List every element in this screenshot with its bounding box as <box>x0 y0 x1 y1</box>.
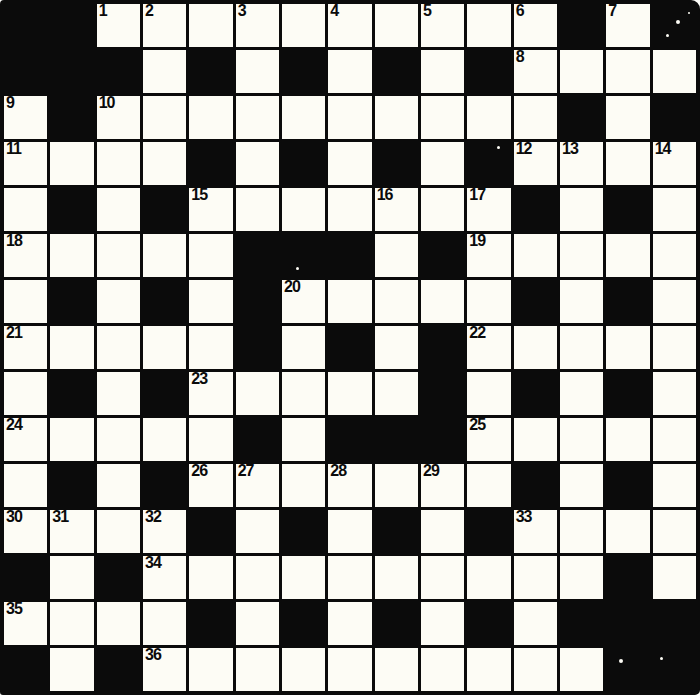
white-cell-r7c10[interactable] <box>421 280 464 323</box>
clue-number-32: 32 <box>145 508 161 526</box>
black-cell-r14c13 <box>560 602 603 645</box>
white-cell-r1c12[interactable]: 6 <box>514 4 557 47</box>
white-cell-r8c12[interactable] <box>514 326 557 369</box>
white-cell-r6c3[interactable] <box>97 234 140 277</box>
clue-number-25: 25 <box>469 416 485 434</box>
white-cell-r11c3[interactable] <box>97 464 140 507</box>
black-cell-r12c5 <box>189 510 232 553</box>
clue-number-4: 4 <box>330 2 338 20</box>
white-cell-r4c12[interactable]: 12 <box>514 142 557 185</box>
white-cell-r13c2[interactable] <box>50 556 93 599</box>
white-cell-r4c13[interactable]: 13 <box>560 142 603 185</box>
white-cell-r9c9[interactable] <box>375 372 418 415</box>
white-cell-r15c11[interactable] <box>467 648 510 691</box>
black-cell-r4c9 <box>375 142 418 185</box>
black-cell-r1c15 <box>653 4 696 47</box>
black-cell-r9c4 <box>143 372 186 415</box>
white-cell-r3c12[interactable] <box>514 96 557 139</box>
clue-number-33: 33 <box>516 508 532 526</box>
clue-number-6: 6 <box>516 2 524 20</box>
white-cell-r10c13[interactable] <box>560 418 603 461</box>
black-cell-r14c7 <box>282 602 325 645</box>
white-cell-r9c6[interactable] <box>236 372 279 415</box>
white-cell-r7c11[interactable] <box>467 280 510 323</box>
black-cell-r8c10 <box>421 326 464 369</box>
white-cell-r2c12[interactable]: 8 <box>514 50 557 93</box>
white-cell-r1c8[interactable]: 4 <box>328 4 371 47</box>
clue-number-19: 19 <box>469 232 485 250</box>
white-cell-r14c3[interactable] <box>97 602 140 645</box>
white-cell-r11c11[interactable] <box>467 464 510 507</box>
black-cell-r2c1 <box>4 50 47 93</box>
white-cell-r7c9[interactable] <box>375 280 418 323</box>
black-cell-r10c6 <box>236 418 279 461</box>
white-cell-r6c15[interactable] <box>653 234 696 277</box>
white-cell-r4c8[interactable] <box>328 142 371 185</box>
white-cell-r14c4[interactable] <box>143 602 186 645</box>
clue-number-2: 2 <box>145 2 153 20</box>
white-cell-r13c15[interactable] <box>653 556 696 599</box>
white-cell-r13c10[interactable] <box>421 556 464 599</box>
white-cell-r4c1[interactable]: 11 <box>4 142 47 185</box>
white-cell-r8c13[interactable] <box>560 326 603 369</box>
white-cell-r8c9[interactable] <box>375 326 418 369</box>
white-cell-r5c10[interactable] <box>421 188 464 231</box>
black-cell-r15c15 <box>653 648 696 691</box>
black-cell-r5c14 <box>606 188 649 231</box>
white-cell-r9c7[interactable] <box>282 372 325 415</box>
white-cell-r12c2[interactable]: 31 <box>50 510 93 553</box>
black-cell-r10c9 <box>375 418 418 461</box>
white-cell-r7c5[interactable] <box>189 280 232 323</box>
white-cell-r3c5[interactable] <box>189 96 232 139</box>
white-cell-r12c12[interactable]: 33 <box>514 510 557 553</box>
black-cell-r11c2 <box>50 464 93 507</box>
white-cell-r8c2[interactable] <box>50 326 93 369</box>
white-cell-r8c15[interactable] <box>653 326 696 369</box>
black-cell-r7c14 <box>606 280 649 323</box>
white-cell-r6c14[interactable] <box>606 234 649 277</box>
black-cell-r9c12 <box>514 372 557 415</box>
black-cell-r10c10 <box>421 418 464 461</box>
white-cell-r9c11[interactable] <box>467 372 510 415</box>
white-cell-r11c5[interactable]: 26 <box>189 464 232 507</box>
white-cell-r10c12[interactable] <box>514 418 557 461</box>
white-cell-r10c11[interactable]: 25 <box>467 418 510 461</box>
white-cell-r8c4[interactable] <box>143 326 186 369</box>
white-cell-r2c4[interactable] <box>143 50 186 93</box>
white-cell-r2c15[interactable] <box>653 50 696 93</box>
clue-number-1: 1 <box>99 2 107 20</box>
white-cell-r15c5[interactable] <box>189 648 232 691</box>
white-cell-r15c8[interactable] <box>328 648 371 691</box>
clue-number-29: 29 <box>423 462 439 480</box>
white-cell-r15c12[interactable] <box>514 648 557 691</box>
white-cell-r2c6[interactable] <box>236 50 279 93</box>
white-cell-r10c5[interactable] <box>189 418 232 461</box>
white-cell-r7c8[interactable] <box>328 280 371 323</box>
white-cell-r1c6[interactable]: 3 <box>236 4 279 47</box>
white-cell-r13c5[interactable] <box>189 556 232 599</box>
white-cell-r3c14[interactable] <box>606 96 649 139</box>
white-cell-r11c9[interactable] <box>375 464 418 507</box>
white-cell-r13c13[interactable] <box>560 556 603 599</box>
white-cell-r13c7[interactable] <box>282 556 325 599</box>
white-cell-r5c3[interactable] <box>97 188 140 231</box>
white-cell-r5c1[interactable] <box>4 188 47 231</box>
white-cell-r5c9[interactable]: 16 <box>375 188 418 231</box>
black-cell-r6c8 <box>328 234 371 277</box>
white-cell-r12c14[interactable] <box>606 510 649 553</box>
white-cell-r13c9[interactable] <box>375 556 418 599</box>
white-cell-r2c10[interactable] <box>421 50 464 93</box>
white-cell-r8c3[interactable] <box>97 326 140 369</box>
white-cell-r6c1[interactable]: 18 <box>4 234 47 277</box>
black-cell-r11c14 <box>606 464 649 507</box>
white-cell-r10c15[interactable] <box>653 418 696 461</box>
black-cell-r2c3 <box>97 50 140 93</box>
black-cell-r14c15 <box>653 602 696 645</box>
white-cell-r1c9[interactable] <box>375 4 418 47</box>
white-cell-r1c3[interactable]: 1 <box>97 4 140 47</box>
white-cell-r11c6[interactable]: 27 <box>236 464 279 507</box>
white-cell-r3c4[interactable] <box>143 96 186 139</box>
white-cell-r6c11[interactable]: 19 <box>467 234 510 277</box>
black-cell-r5c4 <box>143 188 186 231</box>
white-cell-r11c7[interactable] <box>282 464 325 507</box>
white-cell-r4c15[interactable]: 14 <box>653 142 696 185</box>
white-cell-r11c13[interactable] <box>560 464 603 507</box>
black-cell-r9c10 <box>421 372 464 415</box>
white-cell-r10c3[interactable] <box>97 418 140 461</box>
black-cell-r8c8 <box>328 326 371 369</box>
white-cell-r12c10[interactable] <box>421 510 464 553</box>
white-cell-r1c14[interactable]: 7 <box>606 4 649 47</box>
white-cell-r5c11[interactable]: 17 <box>467 188 510 231</box>
black-cell-r13c3 <box>97 556 140 599</box>
white-cell-r11c10[interactable]: 29 <box>421 464 464 507</box>
white-cell-r4c3[interactable] <box>97 142 140 185</box>
black-cell-r15c14 <box>606 648 649 691</box>
clue-number-35: 35 <box>6 600 22 618</box>
white-cell-r5c15[interactable] <box>653 188 696 231</box>
clue-number-28: 28 <box>330 462 346 480</box>
white-cell-r5c7[interactable] <box>282 188 325 231</box>
crossword-grid: 1234567891011121314151617181920212223242… <box>0 0 700 695</box>
clue-number-16: 16 <box>377 186 393 204</box>
white-cell-r15c6[interactable] <box>236 648 279 691</box>
white-cell-r6c4[interactable] <box>143 234 186 277</box>
white-cell-r13c4[interactable]: 34 <box>143 556 186 599</box>
white-cell-r1c5[interactable] <box>189 4 232 47</box>
clue-number-26: 26 <box>191 462 207 480</box>
black-cell-r14c11 <box>467 602 510 645</box>
clue-number-31: 31 <box>52 508 68 526</box>
black-cell-r7c4 <box>143 280 186 323</box>
white-cell-r9c5[interactable]: 23 <box>189 372 232 415</box>
white-cell-r12c6[interactable] <box>236 510 279 553</box>
clue-number-30: 30 <box>6 508 22 526</box>
clue-number-12: 12 <box>516 140 532 158</box>
white-cell-r6c5[interactable] <box>189 234 232 277</box>
black-cell-r15c3 <box>97 648 140 691</box>
white-cell-r4c2[interactable] <box>50 142 93 185</box>
white-cell-r11c1[interactable] <box>4 464 47 507</box>
clue-number-21: 21 <box>6 324 22 342</box>
clue-number-22: 22 <box>469 324 485 342</box>
white-cell-r15c7[interactable] <box>282 648 325 691</box>
clue-number-11: 11 <box>6 140 21 158</box>
black-cell-r2c5 <box>189 50 232 93</box>
white-cell-r3c8[interactable] <box>328 96 371 139</box>
white-cell-r15c4[interactable]: 36 <box>143 648 186 691</box>
white-cell-r1c4[interactable]: 2 <box>143 4 186 47</box>
black-cell-r6c6 <box>236 234 279 277</box>
clue-number-24: 24 <box>6 416 22 434</box>
white-cell-r7c15[interactable] <box>653 280 696 323</box>
white-cell-r5c13[interactable] <box>560 188 603 231</box>
white-cell-r3c3[interactable]: 10 <box>97 96 140 139</box>
black-cell-r15c1 <box>4 648 47 691</box>
white-cell-r2c14[interactable] <box>606 50 649 93</box>
black-cell-r6c10 <box>421 234 464 277</box>
black-cell-r5c2 <box>50 188 93 231</box>
clue-number-20: 20 <box>284 278 300 296</box>
white-cell-r15c13[interactable] <box>560 648 603 691</box>
white-cell-r9c1[interactable] <box>4 372 47 415</box>
black-cell-r9c2 <box>50 372 93 415</box>
clue-number-7: 7 <box>608 2 616 20</box>
white-cell-r13c6[interactable] <box>236 556 279 599</box>
black-cell-r14c14 <box>606 602 649 645</box>
white-cell-r3c7[interactable] <box>282 96 325 139</box>
black-cell-r3c13 <box>560 96 603 139</box>
clue-number-23: 23 <box>191 370 207 388</box>
white-cell-r8c11[interactable]: 22 <box>467 326 510 369</box>
white-cell-r2c13[interactable] <box>560 50 603 93</box>
black-cell-r11c4 <box>143 464 186 507</box>
white-cell-r11c8[interactable]: 28 <box>328 464 371 507</box>
black-cell-r11c12 <box>514 464 557 507</box>
white-cell-r5c6[interactable] <box>236 188 279 231</box>
white-cell-r9c8[interactable] <box>328 372 371 415</box>
white-cell-r6c2[interactable] <box>50 234 93 277</box>
clue-number-17: 17 <box>469 186 485 204</box>
black-cell-r5c12 <box>514 188 557 231</box>
white-cell-r7c3[interactable] <box>97 280 140 323</box>
white-cell-r13c12[interactable] <box>514 556 557 599</box>
white-cell-r8c1[interactable]: 21 <box>4 326 47 369</box>
black-cell-r13c1 <box>4 556 47 599</box>
white-cell-r3c1[interactable]: 9 <box>4 96 47 139</box>
white-cell-r15c10[interactable] <box>421 648 464 691</box>
white-cell-r8c14[interactable] <box>606 326 649 369</box>
white-cell-r6c13[interactable] <box>560 234 603 277</box>
white-cell-r12c4[interactable]: 32 <box>143 510 186 553</box>
black-cell-r2c7 <box>282 50 325 93</box>
white-cell-r12c1[interactable]: 30 <box>4 510 47 553</box>
black-cell-r12c9 <box>375 510 418 553</box>
black-cell-r10c8 <box>328 418 371 461</box>
crossword-scan-page: 1234567891011121314151617181920212223242… <box>0 0 700 695</box>
black-cell-r4c7 <box>282 142 325 185</box>
white-cell-r6c12[interactable] <box>514 234 557 277</box>
black-cell-r3c15 <box>653 96 696 139</box>
black-cell-r2c11 <box>467 50 510 93</box>
white-cell-r14c1[interactable]: 35 <box>4 602 47 645</box>
white-cell-r3c9[interactable] <box>375 96 418 139</box>
white-cell-r14c6[interactable] <box>236 602 279 645</box>
black-cell-r4c5 <box>189 142 232 185</box>
black-cell-r14c9 <box>375 602 418 645</box>
clue-number-13: 13 <box>562 140 578 158</box>
black-cell-r7c2 <box>50 280 93 323</box>
white-cell-r13c11[interactable] <box>467 556 510 599</box>
white-cell-r5c5[interactable]: 15 <box>189 188 232 231</box>
black-cell-r2c9 <box>375 50 418 93</box>
white-cell-r9c15[interactable] <box>653 372 696 415</box>
black-cell-r3c2 <box>50 96 93 139</box>
white-cell-r7c13[interactable] <box>560 280 603 323</box>
black-cell-r6c7 <box>282 234 325 277</box>
white-cell-r1c10[interactable]: 5 <box>421 4 464 47</box>
white-cell-r15c2[interactable] <box>50 648 93 691</box>
black-cell-r13c14 <box>606 556 649 599</box>
black-cell-r9c14 <box>606 372 649 415</box>
white-cell-r1c11[interactable] <box>467 4 510 47</box>
white-cell-r8c7[interactable] <box>282 326 325 369</box>
white-cell-r1c7[interactable] <box>282 4 325 47</box>
clue-number-34: 34 <box>145 554 161 572</box>
white-cell-r4c6[interactable] <box>236 142 279 185</box>
white-cell-r7c1[interactable] <box>4 280 47 323</box>
white-cell-r9c13[interactable] <box>560 372 603 415</box>
white-cell-r14c12[interactable] <box>514 602 557 645</box>
clue-number-15: 15 <box>191 186 207 204</box>
white-cell-r9c3[interactable] <box>97 372 140 415</box>
black-cell-r7c12 <box>514 280 557 323</box>
clue-number-8: 8 <box>516 48 524 66</box>
black-cell-r1c13 <box>560 4 603 47</box>
white-cell-r10c4[interactable] <box>143 418 186 461</box>
white-cell-r8c5[interactable] <box>189 326 232 369</box>
white-cell-r4c4[interactable] <box>143 142 186 185</box>
black-cell-r14c5 <box>189 602 232 645</box>
white-cell-r15c9[interactable] <box>375 648 418 691</box>
clue-number-18: 18 <box>6 232 22 250</box>
white-cell-r14c8[interactable] <box>328 602 371 645</box>
black-cell-r2c2 <box>50 50 93 93</box>
white-cell-r10c14[interactable] <box>606 418 649 461</box>
white-cell-r14c10[interactable] <box>421 602 464 645</box>
clue-number-27: 27 <box>238 462 254 480</box>
black-cell-r7c6 <box>236 280 279 323</box>
white-cell-r3c6[interactable] <box>236 96 279 139</box>
white-cell-r12c13[interactable] <box>560 510 603 553</box>
black-cell-r1c2 <box>50 4 93 47</box>
white-cell-r11c15[interactable] <box>653 464 696 507</box>
white-cell-r6c9[interactable] <box>375 234 418 277</box>
clue-number-14: 14 <box>655 140 671 158</box>
white-cell-r10c2[interactable] <box>50 418 93 461</box>
white-cell-r13c8[interactable] <box>328 556 371 599</box>
black-cell-r12c11 <box>467 510 510 553</box>
white-cell-r3c11[interactable] <box>467 96 510 139</box>
black-cell-r12c7 <box>282 510 325 553</box>
white-cell-r12c15[interactable] <box>653 510 696 553</box>
white-cell-r7c7[interactable]: 20 <box>282 280 325 323</box>
black-cell-r8c6 <box>236 326 279 369</box>
white-cell-r12c3[interactable] <box>97 510 140 553</box>
clue-number-9: 9 <box>6 94 14 112</box>
white-cell-r4c10[interactable] <box>421 142 464 185</box>
white-cell-r12c8[interactable] <box>328 510 371 553</box>
clue-number-36: 36 <box>145 646 161 664</box>
clue-number-10: 10 <box>99 94 115 112</box>
white-cell-r10c7[interactable] <box>282 418 325 461</box>
white-cell-r5c8[interactable] <box>328 188 371 231</box>
white-cell-r2c8[interactable] <box>328 50 371 93</box>
clue-number-5: 5 <box>423 2 431 20</box>
white-cell-r10c1[interactable]: 24 <box>4 418 47 461</box>
clue-number-3: 3 <box>238 2 246 20</box>
black-cell-r1c1 <box>4 4 47 47</box>
white-cell-r14c2[interactable] <box>50 602 93 645</box>
white-cell-r3c10[interactable] <box>421 96 464 139</box>
black-cell-r4c11 <box>467 142 510 185</box>
white-cell-r4c14[interactable] <box>606 142 649 185</box>
